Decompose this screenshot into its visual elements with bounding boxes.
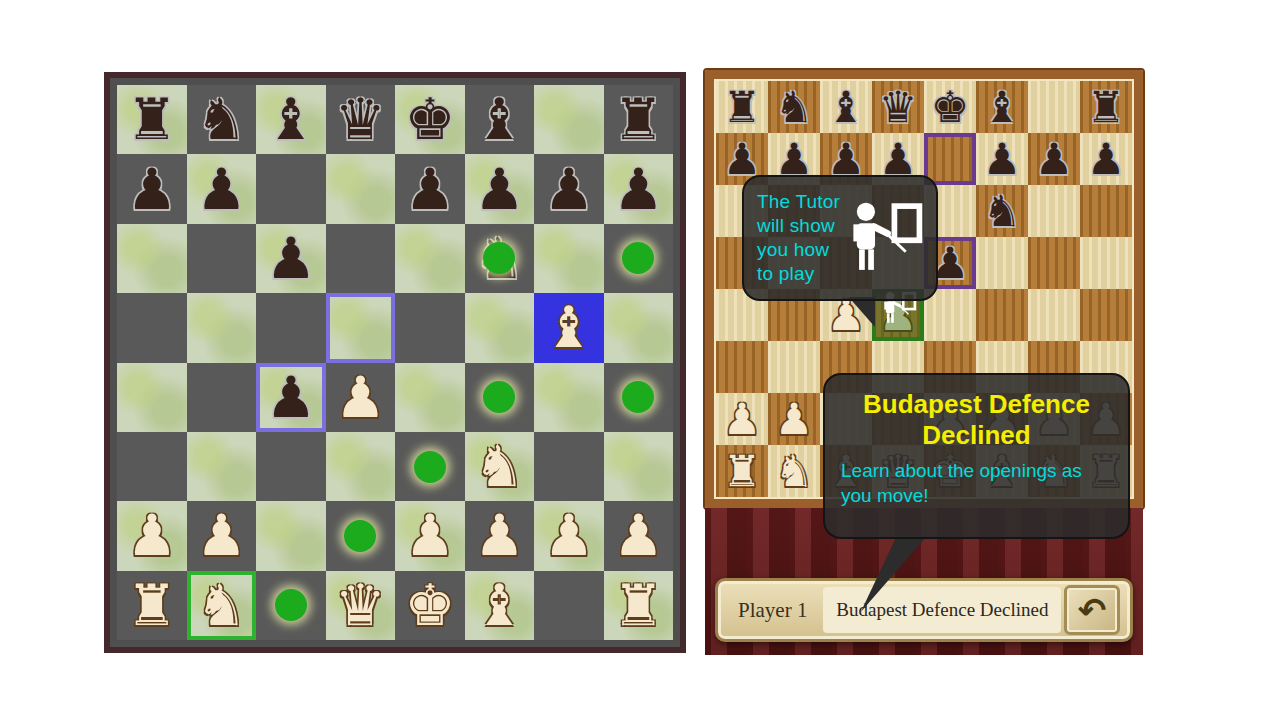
square-e1[interactable]: ♚	[395, 571, 465, 640]
square-e8[interactable]: ♚	[395, 85, 465, 154]
square-c8[interactable]: ♝	[256, 85, 326, 154]
piece-white-pawn: ♟	[404, 507, 455, 564]
square-d5[interactable]	[326, 293, 396, 362]
piece-white-knight: ♞	[775, 450, 814, 493]
square-c3[interactable]	[256, 432, 326, 501]
square-d8[interactable]: ♛	[326, 85, 396, 154]
piece-white-knight: ♞	[474, 438, 525, 495]
square-f6[interactable]: ♞	[465, 224, 535, 293]
opening-speech-bubble[interactable]: Budapest Defence Declined Learn about th…	[823, 373, 1130, 539]
square-d3[interactable]	[326, 432, 396, 501]
piece-white-knight: ♞	[196, 577, 247, 634]
square-b3[interactable]	[187, 432, 257, 501]
square-a3[interactable]	[716, 341, 768, 393]
square-f1[interactable]: ♝	[465, 571, 535, 640]
square-f3[interactable]: ♞	[465, 432, 535, 501]
piece-black-pawn: ♟	[983, 138, 1022, 181]
piece-black-pawn: ♟	[723, 138, 762, 181]
piece-black-pawn: ♟	[1087, 138, 1126, 181]
square-b5[interactable]	[187, 293, 257, 362]
legal-move-dot	[275, 589, 307, 621]
piece-white-pawn: ♟	[723, 398, 762, 441]
square-h6[interactable]	[604, 224, 674, 293]
square-a8[interactable]: ♜	[117, 85, 187, 154]
piece-white-bishop: ♝	[474, 577, 525, 634]
square-e4[interactable]	[395, 363, 465, 432]
square-h8[interactable]: ♜	[1080, 81, 1132, 133]
piece-white-rook: ♜	[613, 577, 664, 634]
square-b4[interactable]	[187, 363, 257, 432]
piece-black-rook: ♜	[723, 86, 762, 129]
legal-move-dot	[622, 381, 654, 413]
square-f6[interactable]: ♞	[976, 185, 1028, 237]
piece-white-pawn: ♟	[126, 507, 177, 564]
square-g6[interactable]	[534, 224, 604, 293]
square-e6[interactable]	[395, 224, 465, 293]
opening-subtitle: Learn about the openings as you move!	[841, 459, 1112, 508]
square-g6[interactable]	[1028, 185, 1080, 237]
tutor-speech-bubble[interactable]: The Tutor will show you how to play	[742, 175, 938, 301]
piece-black-bishop: ♝	[474, 91, 525, 148]
piece-white-bishop: ♝	[543, 299, 594, 356]
square-h5[interactable]	[604, 293, 674, 362]
opening-title: Budapest Defence Declined	[841, 389, 1112, 451]
square-e8[interactable]: ♚	[924, 81, 976, 133]
square-a2[interactable]: ♟	[716, 393, 768, 445]
piece-black-king: ♚	[404, 91, 455, 148]
square-d1[interactable]: ♛	[326, 571, 396, 640]
left-board-grid: ♜♞♝♛♚♝♜♟♟♟♟♟♟♟♞♝♟♟♞♟♟♟♟♟♟♜♞♛♚♝♜	[117, 85, 673, 640]
player-name-label: Player 1	[738, 598, 807, 623]
square-g3[interactable]	[534, 432, 604, 501]
piece-white-rook: ♜	[723, 450, 762, 493]
piece-black-pawn: ♟	[265, 230, 316, 287]
square-b2[interactable]: ♟	[187, 501, 257, 570]
square-g4[interactable]	[1028, 289, 1080, 341]
square-a2[interactable]: ♟	[117, 501, 187, 570]
square-b8[interactable]: ♞	[187, 85, 257, 154]
piece-black-pawn: ♟	[613, 161, 664, 218]
square-h7[interactable]: ♟	[1080, 133, 1132, 185]
square-f4[interactable]	[976, 289, 1028, 341]
status-bar: Player 1 Budapest Defence Declined ↶	[715, 578, 1133, 642]
square-f4[interactable]	[465, 363, 535, 432]
left-chess-board[interactable]: ♜♞♝♛♚♝♜♟♟♟♟♟♟♟♞♝♟♟♞♟♟♟♟♟♟♜♞♛♚♝♜	[104, 72, 686, 653]
square-h5[interactable]	[1080, 237, 1132, 289]
square-c4[interactable]: ♟	[256, 363, 326, 432]
piece-black-pawn: ♟	[1035, 138, 1074, 181]
square-g7[interactable]: ♟	[1028, 133, 1080, 185]
square-c2[interactable]	[256, 501, 326, 570]
presenter-with-board-icon	[842, 192, 924, 284]
piece-black-rook: ♜	[613, 91, 664, 148]
square-f5[interactable]	[976, 237, 1028, 289]
square-a6[interactable]	[117, 224, 187, 293]
square-h3[interactable]	[604, 432, 674, 501]
legal-move-dot	[622, 242, 654, 274]
piece-black-pawn: ♟	[543, 161, 594, 218]
square-e2[interactable]: ♟	[395, 501, 465, 570]
piece-black-knight: ♞	[775, 86, 814, 129]
piece-black-knight: ♞	[196, 91, 247, 148]
undo-button[interactable]: ↶	[1064, 585, 1120, 635]
square-f7[interactable]: ♟	[465, 154, 535, 223]
square-d2[interactable]	[326, 501, 396, 570]
square-b6[interactable]	[187, 224, 257, 293]
piece-black-pawn: ♟	[404, 161, 455, 218]
piece-black-rook: ♜	[126, 91, 177, 148]
legal-move-dot	[344, 520, 376, 552]
square-a5[interactable]	[117, 293, 187, 362]
piece-white-pawn: ♟	[474, 507, 525, 564]
square-b2[interactable]: ♟	[768, 393, 820, 445]
legal-move-dot	[414, 451, 446, 483]
square-h4[interactable]	[1080, 289, 1132, 341]
square-g4[interactable]	[534, 363, 604, 432]
square-f8[interactable]: ♝	[465, 85, 535, 154]
square-a3[interactable]	[117, 432, 187, 501]
square-f7[interactable]: ♟	[976, 133, 1028, 185]
piece-white-pawn: ♟	[613, 507, 664, 564]
piece-black-bishop: ♝	[983, 86, 1022, 129]
square-b8[interactable]: ♞	[768, 81, 820, 133]
square-e4[interactable]	[924, 289, 976, 341]
piece-black-bishop: ♝	[265, 91, 316, 148]
square-e3[interactable]	[395, 432, 465, 501]
piece-black-pawn: ♟	[474, 161, 525, 218]
square-b3[interactable]	[768, 341, 820, 393]
square-g5[interactable]	[1028, 237, 1080, 289]
square-e5[interactable]	[395, 293, 465, 362]
square-c7[interactable]	[256, 154, 326, 223]
square-d4[interactable]: ♟	[326, 363, 396, 432]
piece-black-pawn: ♟	[126, 161, 177, 218]
square-b1[interactable]: ♞	[187, 571, 257, 640]
square-g8[interactable]	[1028, 81, 1080, 133]
piece-white-pawn: ♟	[196, 507, 247, 564]
square-a4[interactable]	[117, 363, 187, 432]
square-a1[interactable]: ♜	[716, 445, 768, 497]
piece-white-rook: ♜	[126, 577, 177, 634]
square-c1[interactable]	[256, 571, 326, 640]
square-a7[interactable]: ♟	[117, 154, 187, 223]
square-c6[interactable]: ♟	[256, 224, 326, 293]
piece-black-knight: ♞	[983, 190, 1022, 233]
square-d6[interactable]	[326, 224, 396, 293]
square-f5[interactable]	[465, 293, 535, 362]
square-a8[interactable]: ♜	[716, 81, 768, 133]
square-e7[interactable]: ♟	[395, 154, 465, 223]
square-e7[interactable]	[924, 133, 976, 185]
square-b7[interactable]: ♟	[187, 154, 257, 223]
piece-black-pawn: ♟	[265, 369, 316, 426]
square-h4[interactable]	[604, 363, 674, 432]
piece-white-pawn: ♟	[335, 369, 386, 426]
piece-white-pawn: ♟	[543, 507, 594, 564]
square-g8[interactable]	[534, 85, 604, 154]
tutor-bubble-text: The Tutor will show you how to play	[757, 190, 840, 286]
piece-white-queen: ♛	[335, 577, 386, 634]
square-d7[interactable]	[326, 154, 396, 223]
piece-black-queen: ♛	[879, 86, 918, 129]
piece-black-queen: ♛	[335, 91, 386, 148]
square-c5[interactable]	[256, 293, 326, 362]
square-g7[interactable]: ♟	[534, 154, 604, 223]
square-f2[interactable]: ♟	[465, 501, 535, 570]
square-h7[interactable]: ♟	[604, 154, 674, 223]
square-f8[interactable]: ♝	[976, 81, 1028, 133]
square-h6[interactable]	[1080, 185, 1132, 237]
square-h2[interactable]: ♟	[604, 501, 674, 570]
square-h8[interactable]: ♜	[604, 85, 674, 154]
piece-white-king: ♚	[404, 577, 455, 634]
piece-black-pawn: ♟	[196, 161, 247, 218]
square-d8[interactable]: ♛	[872, 81, 924, 133]
piece-black-rook: ♜	[1087, 86, 1126, 129]
piece-black-bishop: ♝	[827, 86, 866, 129]
square-c8[interactable]: ♝	[820, 81, 872, 133]
square-b1[interactable]: ♞	[768, 445, 820, 497]
piece-black-king: ♚	[931, 86, 970, 129]
legal-move-dot	[483, 381, 515, 413]
square-a1[interactable]: ♜	[117, 571, 187, 640]
square-h1[interactable]: ♜	[604, 571, 674, 640]
undo-arrow-icon: ↶	[1078, 593, 1107, 627]
square-g5[interactable]: ♝	[534, 293, 604, 362]
move-text-box: Budapest Defence Declined	[823, 587, 1061, 633]
piece-white-pawn: ♟	[775, 398, 814, 441]
right-app-panel: ♜♞♝♛♚♝♜♟♟♟♟♟♟♟♞♟♟♟ ♟♟♟♟♟♟♜♞♝♛♚♝♞♜ The Tu…	[705, 70, 1143, 655]
square-g2[interactable]: ♟	[534, 501, 604, 570]
square-g1[interactable]	[534, 571, 604, 640]
